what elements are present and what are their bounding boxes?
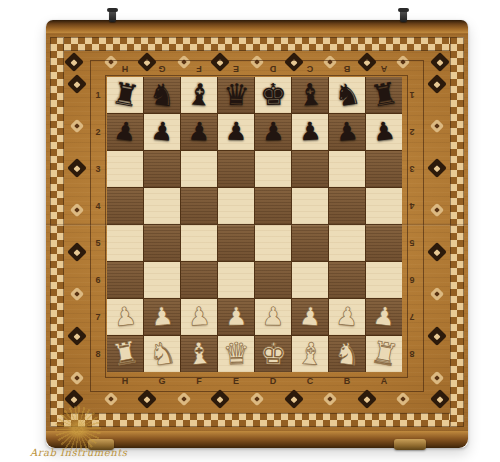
coordinate-label-4: 4 xyxy=(405,188,419,224)
file-labels-bottom: HGFEDCBA xyxy=(107,375,402,387)
diamond-inlay xyxy=(70,119,84,133)
square-a1[interactable]: ♜ xyxy=(366,77,402,113)
diamond-inlay xyxy=(64,52,84,72)
square-b5[interactable] xyxy=(329,225,365,261)
checker-inlay-top xyxy=(50,37,464,51)
square-d3[interactable] xyxy=(255,151,291,187)
coordinate-label-f: F xyxy=(181,375,217,387)
square-a3[interactable] xyxy=(366,151,402,187)
piece-dark-pawn-b2[interactable]: ♟ xyxy=(334,113,359,151)
diamond-inlay xyxy=(430,389,450,409)
square-a8[interactable]: ♜ xyxy=(366,336,402,372)
piece-dark-rook-h1[interactable]: ♜ xyxy=(108,75,141,115)
square-e5[interactable] xyxy=(218,225,254,261)
piece-light-pawn-h7[interactable]: ♟ xyxy=(112,298,139,336)
coordinate-label-1: 1 xyxy=(405,77,419,113)
square-g5[interactable] xyxy=(144,225,180,261)
checker-inlay-bottom xyxy=(50,413,464,427)
piece-light-knight-b8[interactable]: ♞ xyxy=(331,334,362,373)
coordinate-label-d: D xyxy=(255,63,291,75)
square-b2[interactable]: ♟ xyxy=(329,114,365,150)
square-f4[interactable] xyxy=(181,188,217,224)
chess-board-grid: ♜♞♝♛♚♝♞♜♟♟♟♟♟♟♟♟♟♟♟♟♟♟♟♟♜♞♝♛♚♝♞♜ xyxy=(107,77,402,372)
coordinate-label-3: 3 xyxy=(91,151,105,187)
square-h6[interactable] xyxy=(107,262,143,298)
square-h1[interactable]: ♜ xyxy=(107,77,143,113)
coordinate-label-f: F xyxy=(181,63,217,75)
diamond-inlay-left xyxy=(67,77,87,383)
square-d8[interactable]: ♚ xyxy=(255,336,291,372)
product-photo: HGFEDCBA HGFEDCBA 12345678 12345678 ♜♞♝♛… xyxy=(0,0,500,462)
square-c7[interactable]: ♟ xyxy=(292,299,328,335)
square-c5[interactable] xyxy=(292,225,328,261)
piece-light-pawn-e7[interactable]: ♟ xyxy=(224,299,247,335)
coordinate-label-c: C xyxy=(292,63,328,75)
diamond-inlay xyxy=(67,158,87,178)
square-c8[interactable]: ♝ xyxy=(292,336,328,372)
square-g6[interactable] xyxy=(144,262,180,298)
square-f1[interactable]: ♝ xyxy=(181,77,217,113)
square-b7[interactable]: ♟ xyxy=(329,299,365,335)
piece-dark-pawn-c2[interactable]: ♟ xyxy=(298,113,322,150)
rank-labels-right: 12345678 xyxy=(405,77,419,372)
checker-inlay-right xyxy=(450,37,464,427)
piece-light-pawn-d7[interactable]: ♟ xyxy=(261,299,284,335)
piece-dark-king-d1[interactable]: ♚ xyxy=(259,77,287,114)
coordinate-label-5: 5 xyxy=(91,225,105,261)
diamond-inlay xyxy=(430,52,450,72)
square-a4[interactable] xyxy=(366,188,402,224)
diamond-inlay xyxy=(104,392,118,406)
piece-light-rook-h8[interactable]: ♜ xyxy=(108,334,141,374)
diamond-inlay xyxy=(67,242,87,262)
piece-dark-knight-b1[interactable]: ♞ xyxy=(331,75,362,114)
square-e4[interactable] xyxy=(218,188,254,224)
piece-light-rook-a8[interactable]: ♜ xyxy=(367,334,400,374)
diamond-inlay xyxy=(64,389,84,409)
diamond-inlay-bottom xyxy=(67,389,447,409)
square-f5[interactable] xyxy=(181,225,217,261)
coordinate-label-e: E xyxy=(218,375,254,387)
piece-dark-queen-e1[interactable]: ♛ xyxy=(222,77,250,114)
coordinate-label-1: 1 xyxy=(91,77,105,113)
coordinate-label-6: 6 xyxy=(405,262,419,298)
piece-dark-bishop-c1[interactable]: ♝ xyxy=(295,76,325,114)
coordinate-label-7: 7 xyxy=(405,299,419,335)
diamond-inlay xyxy=(427,242,447,262)
diamond-inlay xyxy=(427,158,447,178)
square-a5[interactable] xyxy=(366,225,402,261)
diamond-inlay xyxy=(67,326,87,346)
hinge-right xyxy=(394,439,426,450)
diamond-inlay xyxy=(250,392,264,406)
square-c2[interactable]: ♟ xyxy=(292,114,328,150)
coordinate-label-2: 2 xyxy=(405,114,419,150)
square-g8[interactable]: ♞ xyxy=(144,336,180,372)
piece-light-pawn-f7[interactable]: ♟ xyxy=(187,298,211,335)
diamond-inlay xyxy=(210,389,230,409)
square-a7[interactable]: ♟ xyxy=(366,299,402,335)
square-b8[interactable]: ♞ xyxy=(329,336,365,372)
coordinate-label-a: A xyxy=(366,63,402,75)
coordinate-label-b: B xyxy=(329,63,365,75)
diamond-inlay xyxy=(430,119,444,133)
square-f8[interactable]: ♝ xyxy=(181,336,217,372)
square-d2[interactable]: ♟ xyxy=(255,114,291,150)
square-d6[interactable] xyxy=(255,262,291,298)
diamond-inlay xyxy=(177,392,191,406)
coordinate-label-3: 3 xyxy=(405,151,419,187)
diamond-inlay xyxy=(396,392,410,406)
square-c6[interactable] xyxy=(292,262,328,298)
square-g2[interactable]: ♟ xyxy=(144,114,180,150)
chess-box-board: HGFEDCBA HGFEDCBA 12345678 12345678 ♜♞♝♛… xyxy=(46,20,468,448)
coordinate-label-8: 8 xyxy=(405,336,419,372)
square-b1[interactable]: ♞ xyxy=(329,77,365,113)
latch-pin-left xyxy=(109,10,116,22)
watermark-text: Arab Instruments xyxy=(30,447,190,458)
square-f2[interactable]: ♟ xyxy=(181,114,217,150)
square-g1[interactable]: ♞ xyxy=(144,77,180,113)
square-c4[interactable] xyxy=(292,188,328,224)
piece-light-bishop-c8[interactable]: ♝ xyxy=(295,335,325,373)
square-f7[interactable]: ♟ xyxy=(181,299,217,335)
square-b3[interactable] xyxy=(329,151,365,187)
piece-light-bishop-f8[interactable]: ♝ xyxy=(184,335,214,373)
diamond-inlay xyxy=(137,389,157,409)
piece-dark-pawn-e2[interactable]: ♟ xyxy=(224,114,247,150)
square-g7[interactable]: ♟ xyxy=(144,299,180,335)
square-h7[interactable]: ♟ xyxy=(107,299,143,335)
square-e7[interactable]: ♟ xyxy=(218,299,254,335)
coordinate-label-a: A xyxy=(366,375,402,387)
coordinate-label-8: 8 xyxy=(91,336,105,372)
checker-inlay-left xyxy=(50,37,64,427)
square-a6[interactable] xyxy=(366,262,402,298)
coordinate-label-2: 2 xyxy=(91,114,105,150)
coordinate-label-5: 5 xyxy=(405,225,419,261)
coordinate-label-h: H xyxy=(107,375,143,387)
square-e1[interactable]: ♛ xyxy=(218,77,254,113)
piece-light-pawn-b7[interactable]: ♟ xyxy=(334,298,359,336)
diamond-inlay xyxy=(430,287,444,301)
square-h2[interactable]: ♟ xyxy=(107,114,143,150)
piece-dark-pawn-h2[interactable]: ♟ xyxy=(112,113,139,151)
square-c1[interactable]: ♝ xyxy=(292,77,328,113)
square-e6[interactable] xyxy=(218,262,254,298)
piece-light-knight-g8[interactable]: ♞ xyxy=(146,334,177,373)
square-d4[interactable] xyxy=(255,188,291,224)
piece-dark-pawn-d2[interactable]: ♟ xyxy=(261,114,284,150)
square-g4[interactable] xyxy=(144,188,180,224)
square-f3[interactable] xyxy=(181,151,217,187)
diamond-inlay xyxy=(70,287,84,301)
square-h3[interactable] xyxy=(107,151,143,187)
piece-light-pawn-c7[interactable]: ♟ xyxy=(298,298,322,335)
board-face: HGFEDCBA HGFEDCBA 12345678 12345678 ♜♞♝♛… xyxy=(46,33,468,431)
square-b6[interactable] xyxy=(329,262,365,298)
diamond-inlay xyxy=(323,392,337,406)
rank-labels-left: 12345678 xyxy=(91,77,105,372)
square-b4[interactable] xyxy=(329,188,365,224)
coordinate-label-e: E xyxy=(218,63,254,75)
square-d5[interactable] xyxy=(255,225,291,261)
diamond-inlay xyxy=(430,371,444,385)
square-f6[interactable] xyxy=(181,262,217,298)
piece-light-queen-e8[interactable]: ♛ xyxy=(222,336,250,373)
piece-light-king-d8[interactable]: ♚ xyxy=(259,336,287,373)
coordinate-label-c: C xyxy=(292,375,328,387)
square-g3[interactable] xyxy=(144,151,180,187)
coordinate-label-7: 7 xyxy=(91,299,105,335)
coordinate-label-h: H xyxy=(107,63,143,75)
latch-pin-right xyxy=(400,10,407,22)
piece-dark-pawn-g2[interactable]: ♟ xyxy=(149,113,174,151)
diamond-inlay xyxy=(67,74,87,94)
piece-dark-bishop-f1[interactable]: ♝ xyxy=(184,76,214,114)
piece-light-pawn-g7[interactable]: ♟ xyxy=(149,298,174,336)
diamond-inlay xyxy=(427,326,447,346)
piece-dark-pawn-a2[interactable]: ♟ xyxy=(371,113,398,151)
piece-light-pawn-a7[interactable]: ♟ xyxy=(371,298,398,336)
diamond-inlay-right xyxy=(427,77,447,383)
file-labels-top: HGFEDCBA xyxy=(107,63,402,75)
diamond-inlay xyxy=(357,389,377,409)
square-h8[interactable]: ♜ xyxy=(107,336,143,372)
diamond-inlay xyxy=(70,371,84,385)
square-h4[interactable] xyxy=(107,188,143,224)
piece-dark-rook-a1[interactable]: ♜ xyxy=(367,75,400,115)
coordinate-label-6: 6 xyxy=(91,262,105,298)
square-d1[interactable]: ♚ xyxy=(255,77,291,113)
piece-dark-pawn-f2[interactable]: ♟ xyxy=(187,113,211,150)
square-d7[interactable]: ♟ xyxy=(255,299,291,335)
coordinate-label-b: B xyxy=(329,375,365,387)
coordinate-label-4: 4 xyxy=(91,188,105,224)
diamond-inlay xyxy=(70,203,84,217)
piece-dark-knight-g1[interactable]: ♞ xyxy=(146,75,177,114)
square-a2[interactable]: ♟ xyxy=(366,114,402,150)
square-h5[interactable] xyxy=(107,225,143,261)
square-e2[interactable]: ♟ xyxy=(218,114,254,150)
diamond-inlay xyxy=(284,389,304,409)
square-e8[interactable]: ♛ xyxy=(218,336,254,372)
square-e3[interactable] xyxy=(218,151,254,187)
square-c3[interactable] xyxy=(292,151,328,187)
coordinate-label-g: G xyxy=(144,63,180,75)
diamond-inlay xyxy=(430,203,444,217)
diamond-inlay xyxy=(427,74,447,94)
coordinate-label-g: G xyxy=(144,375,180,387)
coordinate-label-d: D xyxy=(255,375,291,387)
